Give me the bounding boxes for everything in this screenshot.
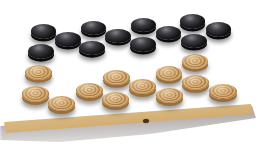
checker-wood-r6c6[interactable] (156, 66, 183, 81)
checker-black-r1c3[interactable] (81, 21, 106, 35)
cell-r8c3[interactable] (75, 99, 103, 112)
checker-wood-r8c8[interactable] (209, 84, 236, 99)
checker-black-r3c1[interactable] (28, 44, 54, 59)
checker-black-r1c1[interactable] (31, 24, 57, 38)
cell-r4c5[interactable] (130, 52, 156, 64)
cell-r3c2[interactable] (53, 47, 80, 59)
cell-r5c2[interactable] (51, 68, 78, 81)
cell-r4c6[interactable] (156, 50, 182, 62)
checker-black-r3c7[interactable] (181, 34, 207, 48)
checker-wood-r8c2[interactable] (48, 96, 76, 112)
checker-wood-r7c1[interactable] (22, 86, 49, 101)
checker-black-r1c7[interactable] (180, 14, 205, 28)
cell-r4c4[interactable] (104, 54, 130, 66)
checker-black-r2c8[interactable] (206, 22, 231, 36)
checker-black-r2c2[interactable] (55, 32, 81, 46)
cell-r6c2[interactable] (50, 78, 78, 91)
checker-wood-r8c4[interactable] (102, 92, 130, 107)
checkers-photo (0, 0, 260, 150)
checker-black-r2c4[interactable] (105, 29, 131, 43)
cell-r5c3[interactable] (77, 66, 104, 78)
cell-r4c2[interactable] (52, 57, 79, 69)
cell-r6c8[interactable] (208, 67, 235, 80)
checker-wood-r6c4[interactable] (103, 70, 130, 85)
checker-wood-r5c1[interactable] (25, 65, 52, 80)
cell-r8c5[interactable] (129, 95, 156, 108)
checker-black-r2c6[interactable] (156, 26, 182, 40)
checker-wood-r7c5[interactable] (129, 79, 156, 94)
checker-black-r3c5[interactable] (130, 37, 156, 51)
cell-r8c7[interactable] (183, 91, 210, 104)
checker-wood-r5c7[interactable] (182, 54, 208, 69)
cell-r5c5[interactable] (130, 62, 156, 74)
checker-wood-r7c3[interactable] (76, 83, 103, 98)
cell-r3c8[interactable] (206, 37, 232, 49)
cell-r3c4[interactable] (105, 44, 131, 56)
checker-black-r3c3[interactable] (79, 41, 105, 56)
checker-black-r1c5[interactable] (131, 18, 156, 32)
checker-wood-r8c6[interactable] (156, 88, 183, 103)
cell-r3c6[interactable] (156, 40, 182, 52)
cell-r5c8[interactable] (207, 57, 234, 69)
cell-r4c8[interactable] (207, 47, 233, 59)
cell-r4c3[interactable] (78, 56, 105, 68)
checker-wood-r7c7[interactable] (182, 75, 209, 90)
cell-r8c1[interactable] (20, 103, 49, 117)
